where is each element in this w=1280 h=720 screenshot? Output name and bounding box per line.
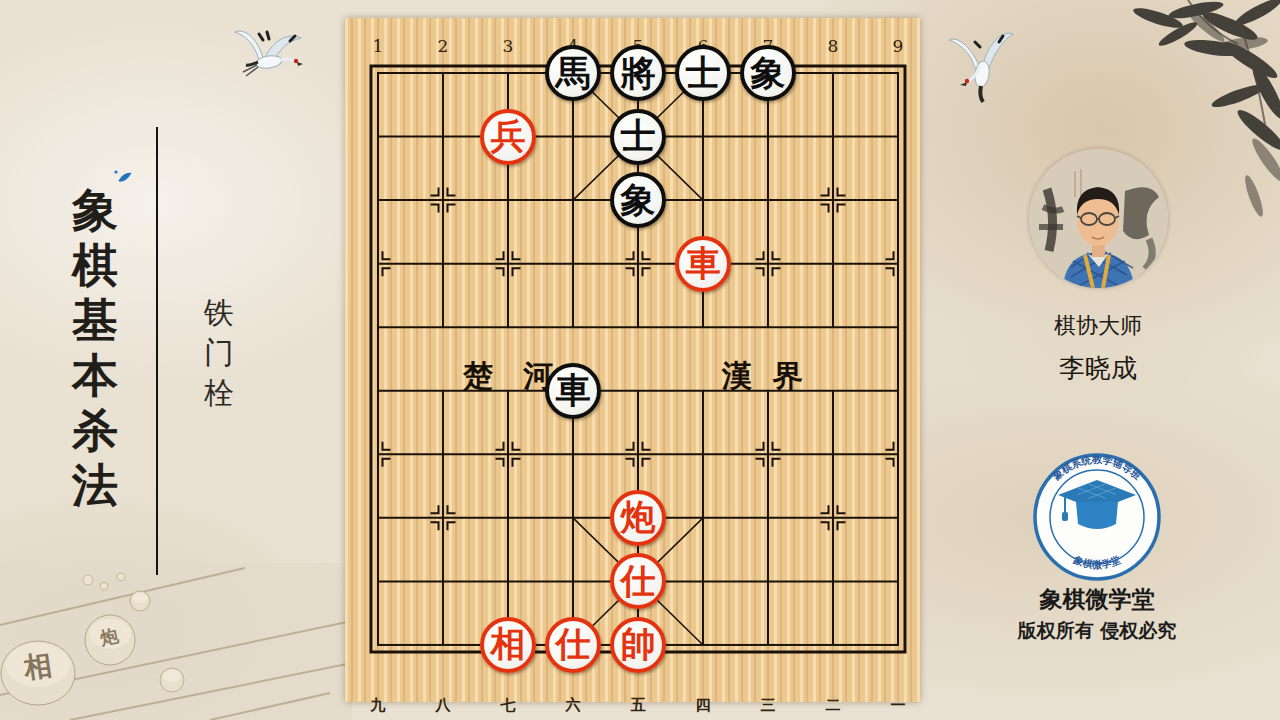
river-text-right: 漢界 [722,356,824,397]
title-char: 门 [204,338,234,368]
title-char: 杀 [72,407,118,453]
piece-black-general[interactable]: 將 [610,45,666,101]
blue-brush-icon [110,166,136,188]
piece-black-advisor[interactable]: 士 [675,45,731,101]
coord-label: 五 [625,696,651,715]
piece-black-elephant[interactable]: 象 [740,45,796,101]
title-char: 象 [72,187,118,233]
piece-black-chariot[interactable]: 車 [545,363,601,419]
floor-piece-elephant-glyph: 相 [21,648,54,685]
piece-black-advisor[interactable]: 士 [610,109,666,165]
vertical-divider [156,127,158,575]
coord-label: 九 [365,696,391,715]
piece-red-general[interactable]: 帥 [610,617,666,673]
title-char: 铁 [204,298,234,328]
title-char: 基 [72,297,118,343]
piece-red-cannon[interactable]: 炮 [610,490,666,546]
instructor-avatar [1029,149,1168,288]
instructor-title: 棋协大师 [1018,311,1178,341]
coord-label: 1 [365,36,391,56]
piece-red-soldier[interactable]: 兵 [480,109,536,165]
floor-decoration: 炮 相 [0,563,352,720]
coord-label: 八 [430,696,456,715]
title-char: 棋 [72,242,118,288]
coord-label: 9 [885,36,911,56]
piece-black-elephant[interactable]: 象 [610,172,666,228]
piece-red-advisor[interactable]: 仕 [610,553,666,609]
piece-red-chariot[interactable]: 車 [675,236,731,292]
coord-label: 六 [560,696,586,715]
studio-logo: 象棋系统教学辅导班 象棋微学堂 [1032,452,1162,582]
coord-label: 一 [885,696,911,715]
crane-left-icon [233,24,309,88]
studio-name: 象棋微学堂 [1007,584,1187,615]
piece-red-advisor[interactable]: 仕 [545,617,601,673]
video-frame: 炮 相 [0,0,1280,720]
copyright-notice: 版权所有 侵权必究 [987,618,1207,644]
title-char: 法 [72,462,118,508]
coord-label: 七 [495,696,521,715]
coord-label: 3 [495,36,521,56]
title-char: 栓 [204,378,234,408]
crane-right-icon [945,20,1017,116]
lesson-title: 铁门栓 [204,298,234,408]
coord-label: 三 [755,696,781,715]
title-char: 本 [72,352,118,398]
instructor-name: 李晓成 [1018,351,1178,386]
series-title: 象棋基本杀法 [72,187,118,508]
piece-black-horse[interactable]: 馬 [545,45,601,101]
coord-label: 8 [820,36,846,56]
coord-label: 二 [820,696,846,715]
xiangqi-board: 123456789 九八七六五四三二一 楚河 漢界 馬將士象兵士象車車炮仕相仕帥 [345,18,920,702]
coord-label: 2 [430,36,456,56]
coord-label: 四 [690,696,716,715]
piece-red-elephant[interactable]: 相 [480,617,536,673]
